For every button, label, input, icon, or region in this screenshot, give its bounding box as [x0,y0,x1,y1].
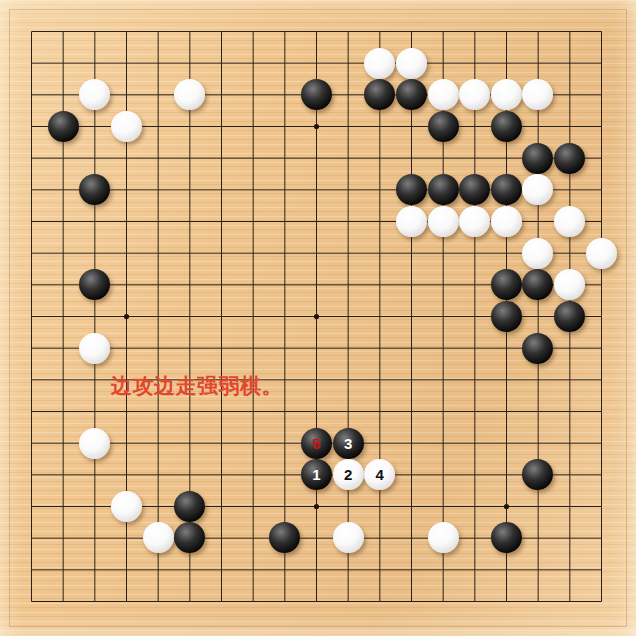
black-stone-glyph [396,79,427,110]
black-stone[interactable] [554,142,586,174]
black-stone-glyph [396,174,427,205]
black-stone[interactable] [459,174,491,206]
black-stone[interactable] [174,522,206,554]
black-stone-glyph [459,174,490,205]
black-stone-glyph [522,333,553,364]
black-stone-glyph: 1 [301,459,332,490]
white-stone-glyph [396,48,427,79]
white-stone-glyph [554,269,585,300]
white-stone[interactable] [427,522,459,554]
white-stone-glyph [522,238,553,269]
white-stone-glyph [79,428,110,459]
black-stone-move-5[interactable]: 5 [301,427,333,459]
black-stone[interactable] [396,79,428,111]
black-stone-glyph: 5 [301,428,332,459]
white-stone[interactable] [79,332,111,364]
white-stone-glyph: 2 [333,459,364,490]
white-stone-glyph [174,79,205,110]
black-stone[interactable] [554,301,586,333]
white-stone-glyph [364,48,395,79]
white-stone-glyph [333,522,364,553]
black-stone[interactable] [396,174,428,206]
white-stone-glyph [491,206,522,237]
white-stone[interactable] [111,111,143,143]
black-stone-glyph [301,79,332,110]
black-stone[interactable] [427,111,459,143]
white-stone[interactable] [332,522,364,554]
black-stone[interactable] [522,332,554,364]
black-stone-move-1[interactable]: 1 [301,459,333,491]
black-stone-glyph [491,522,522,553]
black-stone[interactable] [79,174,111,206]
white-stone[interactable] [79,79,111,111]
white-stone-glyph [143,522,174,553]
white-stone-glyph [79,79,110,110]
white-stone[interactable] [142,522,174,554]
white-stone-glyph [396,206,427,237]
move-number-label: 2 [344,467,352,482]
black-stone[interactable] [522,459,554,491]
white-stone[interactable] [174,79,206,111]
black-stone-glyph [48,111,79,142]
black-stone-glyph [364,79,395,110]
white-stone-move-2[interactable]: 2 [332,459,364,491]
black-stone[interactable] [491,522,523,554]
black-stone-glyph [522,143,553,174]
white-stone-glyph [428,206,459,237]
white-stone[interactable] [427,79,459,111]
white-stone[interactable] [522,237,554,269]
black-stone[interactable] [301,79,333,111]
black-stone-glyph [79,174,110,205]
white-stone[interactable] [522,174,554,206]
black-stone[interactable] [491,269,523,301]
white-stone-glyph [459,79,490,110]
black-stone[interactable] [269,522,301,554]
black-stone[interactable] [47,111,79,143]
go-board[interactable]: 53124 边攻边走强弱棋。 [0,0,636,636]
black-stone-glyph [79,269,110,300]
black-stone-glyph [428,174,459,205]
black-stone[interactable] [491,301,523,333]
white-stone-glyph [111,111,142,142]
white-stone-glyph: 4 [364,459,395,490]
white-stone[interactable] [79,427,111,459]
black-stone[interactable] [364,79,396,111]
white-stone-glyph [428,79,459,110]
black-stone[interactable] [491,111,523,143]
black-stone[interactable] [427,174,459,206]
white-stone-glyph [459,206,490,237]
white-stone-glyph [79,333,110,364]
black-stone[interactable] [522,269,554,301]
black-stone[interactable] [174,491,206,523]
move-number-label: 1 [312,467,320,482]
black-stone-glyph [554,301,585,332]
black-stone-glyph [491,111,522,142]
black-stone-glyph [491,269,522,300]
white-stone[interactable] [396,47,428,79]
black-stone-glyph [491,301,522,332]
white-stone[interactable] [427,206,459,238]
white-stone-glyph [491,79,522,110]
black-stone-glyph: 3 [333,428,364,459]
stones-layer[interactable]: 53124 [16,16,618,618]
white-stone-glyph [554,206,585,237]
white-stone[interactable] [491,206,523,238]
black-stone-glyph [522,459,553,490]
black-stone-move-3[interactable]: 3 [332,427,364,459]
white-stone[interactable] [554,206,586,238]
white-stone-glyph [111,491,142,522]
white-stone[interactable] [459,206,491,238]
black-stone-glyph [174,522,205,553]
white-stone[interactable] [491,79,523,111]
black-stone[interactable] [491,174,523,206]
black-stone-glyph [428,111,459,142]
black-stone-glyph [174,491,205,522]
white-stone-glyph [522,174,553,205]
white-stone[interactable] [459,79,491,111]
white-stone[interactable] [364,47,396,79]
white-stone-glyph [522,79,553,110]
white-stone-glyph [586,238,617,269]
black-stone-glyph [522,269,553,300]
white-stone[interactable] [522,79,554,111]
white-stone-move-4[interactable]: 4 [364,459,396,491]
black-stone[interactable] [79,269,111,301]
black-stone[interactable] [522,142,554,174]
white-stone[interactable] [396,206,428,238]
move-number-label: 5 [312,436,320,451]
move-number-label: 4 [376,467,384,482]
black-stone-glyph [269,522,300,553]
white-stone[interactable] [111,491,143,523]
white-stone-glyph [428,522,459,553]
black-stone-glyph [554,143,585,174]
white-stone[interactable] [585,237,617,269]
black-stone-glyph [491,174,522,205]
move-number-label: 3 [344,436,352,451]
white-stone[interactable] [554,269,586,301]
